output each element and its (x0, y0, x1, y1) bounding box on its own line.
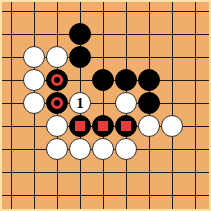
grid-line-horizontal (2, 195, 209, 196)
stone-label: 1 (76, 96, 84, 111)
stone-white: 1 (69, 92, 91, 114)
stone-white (46, 138, 68, 160)
stone-white (138, 115, 160, 137)
stone-black (46, 69, 68, 91)
go-board: 1 (0, 0, 211, 211)
grid-line-horizontal (2, 172, 209, 173)
go-diagram: 1 (0, 0, 211, 211)
stone-white (161, 115, 183, 137)
circle-marker (51, 97, 63, 109)
circle-marker (51, 74, 63, 86)
stone-black (46, 92, 68, 114)
stone-white (23, 92, 45, 114)
stone-black (69, 46, 91, 68)
stone-white (115, 92, 137, 114)
stone-white (23, 69, 45, 91)
grid-line-horizontal (2, 11, 209, 12)
stone-white (115, 138, 137, 160)
stone-black (138, 69, 160, 91)
board-grid: 1 (2, 2, 209, 209)
square-marker (75, 121, 85, 131)
stone-white (46, 46, 68, 68)
square-marker (121, 121, 131, 131)
stone-black (115, 115, 137, 137)
grid-line-horizontal (2, 34, 209, 35)
stone-white (46, 115, 68, 137)
stone-black (92, 115, 114, 137)
stone-white (23, 46, 45, 68)
stone-black (69, 115, 91, 137)
square-marker (98, 121, 108, 131)
stone-black (92, 69, 114, 91)
stone-white (69, 138, 91, 160)
stone-black (69, 23, 91, 45)
stone-black (115, 69, 137, 91)
stone-black (138, 92, 160, 114)
stone-white (92, 138, 114, 160)
